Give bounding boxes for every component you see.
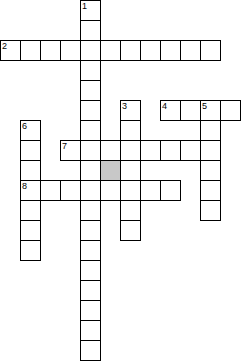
clue-number-3: 3 [122,101,127,111]
cell-r9c2[interactable] [40,180,61,201]
cell-r6c10[interactable] [200,120,221,141]
cell-r5c10[interactable]: 5 [200,100,221,121]
cell-r2c7[interactable] [140,40,161,61]
cell-r9c1[interactable]: 8 [20,180,41,201]
cell-r7c10[interactable] [200,140,221,161]
cell-r9c3[interactable] [60,180,81,201]
cell-r17c4[interactable] [80,340,101,361]
cell-r9c8[interactable] [160,180,181,201]
cell-r2c0[interactable]: 2 [0,40,21,61]
cell-r7c3[interactable]: 7 [60,140,81,161]
cell-r12c1[interactable] [20,240,41,261]
clue-number-1: 1 [82,1,87,11]
cell-r6c6[interactable] [120,120,141,141]
cell-r11c4[interactable] [80,220,101,241]
cell-r16c4[interactable] [80,320,101,341]
cell-r5c4[interactable] [80,100,101,121]
clue-number-4: 4 [162,101,167,111]
cell-r4c4[interactable] [80,80,101,101]
clue-number-5: 5 [202,101,207,111]
cell-r7c4[interactable] [80,140,101,161]
cell-r10c10[interactable] [200,200,221,221]
cell-r10c4[interactable] [80,200,101,221]
clue-number-8: 8 [22,181,27,191]
cell-r0c4[interactable]: 1 [80,0,101,21]
cell-r2c3[interactable] [60,40,81,61]
cell-r15c4[interactable] [80,300,101,321]
cell-r6c1[interactable]: 6 [20,120,41,141]
cell-r2c6[interactable] [120,40,141,61]
clue-number-2: 2 [2,41,7,51]
cell-r7c6[interactable] [120,140,141,161]
cell-r8c1[interactable] [20,160,41,181]
cell-r9c5[interactable] [100,180,121,201]
cell-r2c5[interactable] [100,40,121,61]
cell-r8c4[interactable] [80,160,101,181]
cell-r5c9[interactable] [180,100,201,121]
cell-r5c8[interactable]: 4 [160,100,181,121]
cell-r14c4[interactable] [80,280,101,301]
cell-r7c8[interactable] [160,140,181,161]
cell-r9c6[interactable] [120,180,141,201]
cell-r3c4[interactable] [80,60,101,81]
cell-r7c5[interactable] [100,140,121,161]
cell-r2c4[interactable] [80,40,101,61]
cell-r1c4[interactable] [80,20,101,41]
shaded-cell-r8c5[interactable] [100,160,121,181]
cell-r5c6[interactable]: 3 [120,100,141,121]
cell-r6c4[interactable] [80,120,101,141]
cell-r2c8[interactable] [160,40,181,61]
cell-r8c6[interactable] [120,160,141,181]
cell-r5c11[interactable] [220,100,241,121]
cell-r7c1[interactable] [20,140,41,161]
cell-r2c10[interactable] [200,40,221,61]
cell-r2c2[interactable] [40,40,61,61]
cell-r2c1[interactable] [20,40,41,61]
crossword-board: 12345678 [0,0,241,361]
cell-r8c10[interactable] [200,160,221,181]
cell-r9c4[interactable] [80,180,101,201]
clue-number-7: 7 [62,141,67,151]
cell-r12c4[interactable] [80,240,101,261]
cell-r7c7[interactable] [140,140,161,161]
cell-r9c10[interactable] [200,180,221,201]
cell-r2c9[interactable] [180,40,201,61]
cell-r11c6[interactable] [120,220,141,241]
cell-r11c1[interactable] [20,220,41,241]
clue-number-6: 6 [22,121,27,131]
cell-r7c9[interactable] [180,140,201,161]
cell-r10c6[interactable] [120,200,141,221]
cell-r13c4[interactable] [80,260,101,281]
cell-r9c7[interactable] [140,180,161,201]
cell-r10c1[interactable] [20,200,41,221]
